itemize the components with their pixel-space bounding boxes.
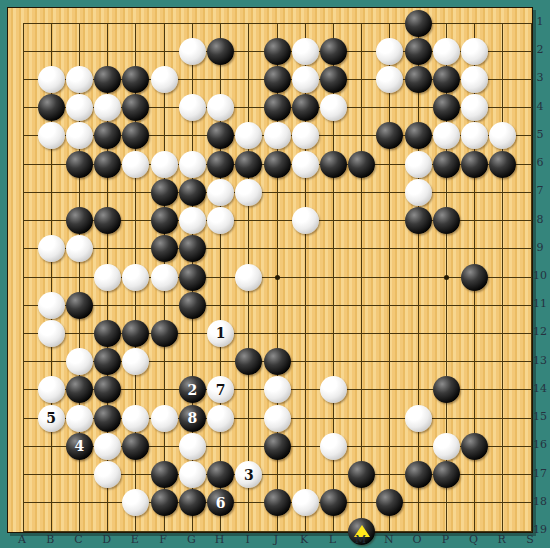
stone-black-N5 [376, 122, 403, 149]
column-label-B: B [40, 533, 60, 547]
row-label-14: 14 [531, 382, 549, 396]
stone-white-F15 [151, 405, 178, 432]
row-label-7: 7 [531, 184, 549, 198]
stone-white-N3 [376, 66, 403, 93]
stone-black-D12 [94, 320, 121, 347]
stone-white-B12 [38, 320, 65, 347]
column-label-J: J [266, 533, 286, 547]
column-label-G: G [181, 533, 201, 547]
grid-line-horizontal [23, 531, 532, 532]
stone-black-G15: 8 [179, 405, 206, 432]
stone-white-E13 [122, 348, 149, 375]
column-label-C: C [68, 533, 88, 547]
stone-black-L3 [320, 66, 347, 93]
stone-white-H15 [207, 405, 234, 432]
stone-black-J16 [264, 433, 291, 460]
stone-black-K4 [292, 94, 319, 121]
column-label-R: R [492, 533, 512, 547]
row-label-8: 8 [531, 213, 549, 227]
stone-black-Q10 [461, 264, 488, 291]
column-label-N: N [379, 533, 399, 547]
column-label-I: I [238, 533, 258, 547]
stone-white-I5 [235, 122, 262, 149]
stone-white-K3 [292, 66, 319, 93]
stone-white-C3 [66, 66, 93, 93]
stone-white-B11 [38, 292, 65, 319]
column-label-Q: Q [464, 533, 484, 547]
stone-white-J15 [264, 405, 291, 432]
stone-black-L18 [320, 489, 347, 516]
stone-black-G11 [179, 292, 206, 319]
stone-black-D5 [94, 122, 121, 149]
stone-black-H5 [207, 122, 234, 149]
column-label-F: F [153, 533, 173, 547]
stone-white-H8 [207, 207, 234, 234]
stone-black-L2 [320, 38, 347, 65]
stone-black-C6 [66, 151, 93, 178]
stone-black-O8 [405, 207, 432, 234]
stone-black-M17 [348, 461, 375, 488]
stone-white-K2 [292, 38, 319, 65]
stone-black-P17 [433, 461, 460, 488]
goban[interactable]: 12758436 [7, 7, 533, 533]
column-label-O: O [407, 533, 427, 547]
row-label-15: 15 [531, 410, 549, 424]
stone-black-E4 [122, 94, 149, 121]
stone-white-C15 [66, 405, 93, 432]
star-point [275, 275, 280, 280]
row-label-1: 1 [531, 15, 549, 29]
stone-black-F7 [151, 179, 178, 206]
row-label-12: 12 [531, 325, 549, 339]
row-label-10: 10 [531, 269, 549, 283]
move-number-label: 2 [187, 383, 197, 397]
stone-black-O17 [405, 461, 432, 488]
stone-black-O5 [405, 122, 432, 149]
stone-black-F9 [151, 235, 178, 262]
stone-black-F17 [151, 461, 178, 488]
stone-black-E3 [122, 66, 149, 93]
stone-white-B15: 5 [38, 405, 65, 432]
stone-white-C9 [66, 235, 93, 262]
stone-white-B5 [38, 122, 65, 149]
stone-black-C11 [66, 292, 93, 319]
stone-black-J3 [264, 66, 291, 93]
stone-black-E16 [122, 433, 149, 460]
stone-white-Q4 [461, 94, 488, 121]
stone-white-D4 [94, 94, 121, 121]
row-label-3: 3 [531, 71, 549, 85]
stone-white-F10 [151, 264, 178, 291]
move-number-label: 8 [187, 411, 197, 425]
stone-white-G6 [179, 151, 206, 178]
stone-black-F8 [151, 207, 178, 234]
stone-black-G7 [179, 179, 206, 206]
stone-white-I10 [235, 264, 262, 291]
stone-white-I17: 3 [235, 461, 262, 488]
row-label-4: 4 [531, 100, 549, 114]
column-label-E: E [125, 533, 145, 547]
stone-white-H12: 1 [207, 320, 234, 347]
stone-black-G9 [179, 235, 206, 262]
grid-line-vertical [418, 23, 419, 532]
stone-white-Q2 [461, 38, 488, 65]
star-point [444, 275, 449, 280]
stone-black-F18 [151, 489, 178, 516]
stone-white-J14 [264, 376, 291, 403]
column-label-D: D [97, 533, 117, 547]
stone-black-D13 [94, 348, 121, 375]
stone-white-D10 [94, 264, 121, 291]
stone-white-R5 [489, 122, 516, 149]
stone-black-J13 [264, 348, 291, 375]
stone-black-D3 [94, 66, 121, 93]
stone-black-P3 [433, 66, 460, 93]
stone-black-Q16 [461, 433, 488, 460]
stone-white-N2 [376, 38, 403, 65]
stone-black-P4 [433, 94, 460, 121]
stone-black-C16: 4 [66, 433, 93, 460]
stone-white-O7 [405, 179, 432, 206]
stone-black-L6 [320, 151, 347, 178]
row-label-13: 13 [531, 354, 549, 368]
stone-white-E10 [122, 264, 149, 291]
row-label-17: 17 [531, 467, 549, 481]
stone-white-E15 [122, 405, 149, 432]
column-label-M: M [351, 533, 371, 547]
stone-white-F3 [151, 66, 178, 93]
stone-white-P5 [433, 122, 460, 149]
move-number-label: 1 [216, 326, 226, 340]
stone-black-D14 [94, 376, 121, 403]
move-number-label: 4 [75, 439, 85, 453]
stone-black-P8 [433, 207, 460, 234]
stone-black-C8 [66, 207, 93, 234]
stone-black-D15 [94, 405, 121, 432]
stone-black-O1 [405, 10, 432, 37]
row-label-6: 6 [531, 156, 549, 170]
grid-line-vertical [361, 23, 362, 532]
stone-white-Q3 [461, 66, 488, 93]
stone-black-J4 [264, 94, 291, 121]
stone-white-L16 [320, 433, 347, 460]
stone-black-P14 [433, 376, 460, 403]
stone-black-O3 [405, 66, 432, 93]
move-number-label: 7 [216, 383, 226, 397]
stone-black-G10 [179, 264, 206, 291]
stone-white-C13 [66, 348, 93, 375]
stone-white-G17 [179, 461, 206, 488]
stone-black-R6 [489, 151, 516, 178]
stone-black-J18 [264, 489, 291, 516]
stone-black-P6 [433, 151, 460, 178]
stone-white-E6 [122, 151, 149, 178]
stone-black-D8 [94, 207, 121, 234]
row-label-2: 2 [531, 43, 549, 57]
stone-black-F12 [151, 320, 178, 347]
stone-white-O15 [405, 405, 432, 432]
stone-white-H14: 7 [207, 376, 234, 403]
stone-black-J6 [264, 151, 291, 178]
stone-black-O2 [405, 38, 432, 65]
stone-white-D16 [94, 433, 121, 460]
stone-white-Q5 [461, 122, 488, 149]
stone-white-H4 [207, 94, 234, 121]
stone-white-F6 [151, 151, 178, 178]
grid-line-vertical [389, 23, 390, 532]
column-label-K: K [294, 533, 314, 547]
stone-black-J2 [264, 38, 291, 65]
stone-black-M6 [348, 151, 375, 178]
stone-black-H2 [207, 38, 234, 65]
stone-black-E5 [122, 122, 149, 149]
column-label-P: P [435, 533, 455, 547]
stone-black-G14: 2 [179, 376, 206, 403]
stone-black-H6 [207, 151, 234, 178]
row-label-9: 9 [531, 241, 549, 255]
stone-black-G18 [179, 489, 206, 516]
stone-white-G16 [179, 433, 206, 460]
stone-black-D6 [94, 151, 121, 178]
column-label-L: L [322, 533, 342, 547]
stone-black-Q6 [461, 151, 488, 178]
stone-white-K6 [292, 151, 319, 178]
go-board-frame: 12758436 ABCDEFGHIJKLMNOPQRS 12345678910… [0, 0, 550, 548]
stone-white-L14 [320, 376, 347, 403]
stone-white-G8 [179, 207, 206, 234]
stone-white-G4 [179, 94, 206, 121]
stone-black-I6 [235, 151, 262, 178]
stone-white-P16 [433, 433, 460, 460]
stone-white-G2 [179, 38, 206, 65]
stone-black-B4 [38, 94, 65, 121]
stone-white-B14 [38, 376, 65, 403]
stone-black-I13 [235, 348, 262, 375]
stone-white-I7 [235, 179, 262, 206]
column-label-A: A [12, 533, 32, 547]
stone-white-K5 [292, 122, 319, 149]
row-label-18: 18 [531, 495, 549, 509]
stone-white-J5 [264, 122, 291, 149]
stone-white-K18 [292, 489, 319, 516]
stone-black-E12 [122, 320, 149, 347]
row-label-16: 16 [531, 438, 549, 452]
row-label-11: 11 [531, 297, 549, 311]
stone-white-E18 [122, 489, 149, 516]
stone-white-C4 [66, 94, 93, 121]
row-label-5: 5 [531, 128, 549, 142]
stone-black-C14 [66, 376, 93, 403]
column-label-H: H [210, 533, 230, 547]
stone-white-D17 [94, 461, 121, 488]
stone-black-N18 [376, 489, 403, 516]
stone-white-B9 [38, 235, 65, 262]
grid-line-horizontal [23, 305, 532, 306]
move-number-label: 5 [46, 411, 56, 425]
grid-line-vertical [502, 23, 503, 532]
stone-white-H7 [207, 179, 234, 206]
stone-white-L4 [320, 94, 347, 121]
stone-white-B3 [38, 66, 65, 93]
row-label-19: 19 [531, 523, 549, 537]
stone-black-H17 [207, 461, 234, 488]
stone-white-P2 [433, 38, 460, 65]
stone-white-C5 [66, 122, 93, 149]
stone-black-H18: 6 [207, 489, 234, 516]
stone-white-K8 [292, 207, 319, 234]
stone-white-O6 [405, 151, 432, 178]
move-number-label: 3 [244, 468, 254, 482]
move-number-label: 6 [216, 496, 226, 510]
